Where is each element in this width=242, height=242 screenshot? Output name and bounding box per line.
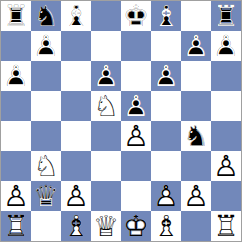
- square-g1[interactable]: [181, 211, 211, 241]
- square-a6[interactable]: ♟♙: [1, 61, 31, 91]
- black-king[interactable]: ♚♔: [121, 1, 151, 31]
- piece-outline-layer: ♗: [61, 1, 91, 31]
- piece-outline-layer: ♘: [31, 1, 61, 31]
- white-queen[interactable]: ♛♕: [91, 211, 121, 241]
- square-h2[interactable]: [211, 181, 241, 211]
- black-rook[interactable]: ♜♖: [1, 1, 31, 31]
- square-a1[interactable]: ♜♖: [1, 211, 31, 241]
- square-e2[interactable]: [121, 181, 151, 211]
- piece-outline-layer: ♙: [31, 31, 61, 61]
- square-c4[interactable]: [61, 121, 91, 151]
- piece-outline-layer: ♙: [211, 151, 241, 181]
- chess-board: ♜♖♞♘♝♗♚♔♝♗♜♖♟♙♟♙♟♙♟♙♟♙♟♙♞♘♟♙♟♙♞♘♞♘♟♙♟♙♛♕…: [0, 0, 242, 242]
- square-d8[interactable]: [91, 1, 121, 31]
- white-pawn[interactable]: ♟♙: [121, 121, 151, 151]
- square-g4[interactable]: ♞♘: [181, 121, 211, 151]
- white-rook[interactable]: ♜♖: [1, 211, 31, 241]
- square-h4[interactable]: [211, 121, 241, 151]
- white-knight[interactable]: ♞♘: [91, 91, 121, 121]
- square-a8[interactable]: ♜♖: [1, 1, 31, 31]
- square-d3[interactable]: [91, 151, 121, 181]
- white-rook[interactable]: ♜♖: [211, 211, 241, 241]
- square-e1[interactable]: ♚♔: [121, 211, 151, 241]
- square-f7[interactable]: [151, 31, 181, 61]
- square-f1[interactable]: ♝♗: [151, 211, 181, 241]
- white-king[interactable]: ♚♔: [121, 211, 151, 241]
- square-c5[interactable]: [61, 91, 91, 121]
- piece-outline-layer: ♔: [121, 1, 151, 31]
- square-c7[interactable]: [61, 31, 91, 61]
- square-h1[interactable]: ♜♖: [211, 211, 241, 241]
- piece-outline-layer: ♘: [181, 121, 211, 151]
- square-a5[interactable]: [1, 91, 31, 121]
- piece-outline-layer: ♙: [61, 181, 91, 211]
- white-pawn[interactable]: ♟♙: [211, 151, 241, 181]
- white-pawn[interactable]: ♟♙: [1, 181, 31, 211]
- black-pawn[interactable]: ♟♙: [151, 61, 181, 91]
- black-bishop[interactable]: ♝♗: [151, 1, 181, 31]
- square-a3[interactable]: [1, 151, 31, 181]
- square-e4[interactable]: ♟♙: [121, 121, 151, 151]
- piece-outline-layer: ♕: [31, 181, 61, 211]
- square-b6[interactable]: [31, 61, 61, 91]
- piece-outline-layer: ♙: [91, 61, 121, 91]
- piece-outline-layer: ♘: [31, 151, 61, 181]
- square-f3[interactable]: [151, 151, 181, 181]
- square-d1[interactable]: ♛♕: [91, 211, 121, 241]
- piece-outline-layer: ♖: [1, 211, 31, 241]
- black-rook[interactable]: ♜♖: [211, 1, 241, 31]
- square-c6[interactable]: [61, 61, 91, 91]
- piece-outline-layer: ♙: [1, 181, 31, 211]
- white-bishop[interactable]: ♝♗: [151, 211, 181, 241]
- black-queen[interactable]: ♛♕: [31, 181, 61, 211]
- square-f6[interactable]: ♟♙: [151, 61, 181, 91]
- square-a2[interactable]: ♟♙: [1, 181, 31, 211]
- white-knight[interactable]: ♞♘: [31, 151, 61, 181]
- piece-outline-layer: ♕: [91, 211, 121, 241]
- piece-outline-layer: ♗: [61, 211, 91, 241]
- square-h5[interactable]: [211, 91, 241, 121]
- piece-outline-layer: ♖: [1, 1, 31, 31]
- square-f2[interactable]: ♟♙: [151, 181, 181, 211]
- black-bishop[interactable]: ♝♗: [61, 1, 91, 31]
- square-b3[interactable]: ♞♘: [31, 151, 61, 181]
- piece-outline-layer: ♙: [211, 31, 241, 61]
- square-d2[interactable]: [91, 181, 121, 211]
- square-d6[interactable]: ♟♙: [91, 61, 121, 91]
- white-bishop[interactable]: ♝♗: [61, 211, 91, 241]
- square-a7[interactable]: [1, 31, 31, 61]
- black-knight[interactable]: ♞♘: [31, 1, 61, 31]
- square-f4[interactable]: [151, 121, 181, 151]
- black-pawn[interactable]: ♟♙: [181, 31, 211, 61]
- piece-outline-layer: ♙: [151, 181, 181, 211]
- piece-outline-layer: ♙: [121, 91, 151, 121]
- square-b7[interactable]: ♟♙: [31, 31, 61, 61]
- piece-outline-layer: ♙: [151, 61, 181, 91]
- square-c2[interactable]: ♟♙: [61, 181, 91, 211]
- piece-outline-layer: ♗: [151, 1, 181, 31]
- white-pawn[interactable]: ♟♙: [151, 181, 181, 211]
- black-pawn[interactable]: ♟♙: [121, 91, 151, 121]
- black-pawn[interactable]: ♟♙: [31, 31, 61, 61]
- square-g6[interactable]: [181, 61, 211, 91]
- piece-outline-layer: ♔: [121, 211, 151, 241]
- square-e7[interactable]: [121, 31, 151, 61]
- piece-outline-layer: ♗: [151, 211, 181, 241]
- piece-outline-layer: ♙: [181, 181, 211, 211]
- square-a4[interactable]: [1, 121, 31, 151]
- square-d4[interactable]: [91, 121, 121, 151]
- piece-outline-layer: ♙: [1, 61, 31, 91]
- square-c3[interactable]: [61, 151, 91, 181]
- black-pawn[interactable]: ♟♙: [211, 31, 241, 61]
- piece-outline-layer: ♖: [211, 1, 241, 31]
- piece-outline-layer: ♖: [211, 211, 241, 241]
- black-pawn[interactable]: ♟♙: [1, 61, 31, 91]
- black-pawn[interactable]: ♟♙: [91, 61, 121, 91]
- square-f8[interactable]: ♝♗: [151, 1, 181, 31]
- square-b5[interactable]: [31, 91, 61, 121]
- square-g2[interactable]: ♟♙: [181, 181, 211, 211]
- square-g8[interactable]: [181, 1, 211, 31]
- square-c8[interactable]: ♝♗: [61, 1, 91, 31]
- piece-outline-layer: ♙: [181, 31, 211, 61]
- square-e6[interactable]: [121, 61, 151, 91]
- square-e5[interactable]: ♟♙: [121, 91, 151, 121]
- square-b8[interactable]: ♞♘: [31, 1, 61, 31]
- square-d7[interactable]: [91, 31, 121, 61]
- white-pawn[interactable]: ♟♙: [181, 181, 211, 211]
- square-b1[interactable]: [31, 211, 61, 241]
- piece-outline-layer: ♙: [121, 121, 151, 151]
- square-e8[interactable]: ♚♔: [121, 1, 151, 31]
- square-b4[interactable]: [31, 121, 61, 151]
- black-knight[interactable]: ♞♘: [181, 121, 211, 151]
- white-pawn[interactable]: ♟♙: [61, 181, 91, 211]
- square-c1[interactable]: ♝♗: [61, 211, 91, 241]
- square-h6[interactable]: [211, 61, 241, 91]
- square-d5[interactable]: ♞♘: [91, 91, 121, 121]
- square-b2[interactable]: ♛♕: [31, 181, 61, 211]
- square-h3[interactable]: ♟♙: [211, 151, 241, 181]
- piece-outline-layer: ♘: [91, 91, 121, 121]
- square-h8[interactable]: ♜♖: [211, 1, 241, 31]
- square-f5[interactable]: [151, 91, 181, 121]
- square-g5[interactable]: [181, 91, 211, 121]
- square-g3[interactable]: [181, 151, 211, 181]
- square-g7[interactable]: ♟♙: [181, 31, 211, 61]
- square-e3[interactable]: [121, 151, 151, 181]
- square-h7[interactable]: ♟♙: [211, 31, 241, 61]
